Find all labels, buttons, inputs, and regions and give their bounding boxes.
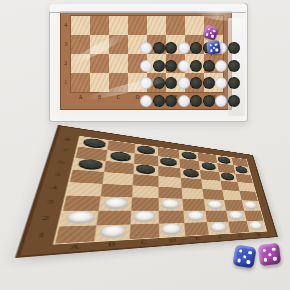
board-square — [67, 182, 103, 197]
tray-checker-black[interactable] — [153, 95, 165, 107]
board-square — [90, 54, 109, 73]
purple-die[interactable] — [258, 243, 281, 266]
board-square — [184, 222, 209, 236]
tray-checker-black[interactable] — [190, 95, 202, 107]
tray-checker-black[interactable] — [165, 60, 177, 72]
die-pip — [213, 29, 216, 32]
tray-checker-black[interactable] — [165, 95, 177, 107]
die-pip — [243, 255, 247, 259]
tray-checker-black[interactable] — [190, 42, 202, 54]
board-square — [159, 210, 185, 223]
board-square — [131, 197, 159, 210]
checker-piece-white[interactable] — [207, 200, 223, 208]
file-label: D — [159, 236, 186, 247]
file-label: B — [90, 92, 109, 102]
tray-checker-white[interactable] — [140, 42, 152, 54]
tray-checker-white[interactable] — [178, 95, 190, 107]
board-square — [166, 16, 185, 35]
board-square — [90, 16, 109, 35]
die-pip — [207, 27, 210, 30]
rank-label: 8 — [55, 133, 79, 146]
board-squares — [55, 137, 266, 244]
tray-checker-white[interactable] — [215, 95, 227, 107]
board-square — [90, 73, 109, 92]
tray-checker-black[interactable] — [203, 95, 215, 107]
die-pip — [216, 49, 218, 51]
checker-piece-white[interactable] — [161, 199, 180, 208]
rank-label: 4 — [61, 16, 70, 35]
tray-checker-white[interactable] — [215, 60, 227, 72]
checkers-board: 87654321ABCDEFGH — [15, 125, 278, 258]
tray-checker-black[interactable] — [228, 42, 240, 54]
file-label: C — [128, 237, 159, 249]
tray-checker-black[interactable] — [228, 95, 240, 107]
tray-checker-black[interactable] — [203, 60, 215, 72]
tray-checker-white[interactable] — [178, 42, 190, 54]
board-square — [109, 16, 128, 35]
die-pip — [211, 35, 214, 38]
die-pip — [268, 253, 272, 257]
board-square — [97, 210, 131, 225]
die-pip — [210, 50, 212, 52]
die-pip — [239, 249, 243, 253]
board-square — [109, 35, 128, 54]
board-square — [239, 191, 257, 201]
die-pip — [212, 46, 214, 48]
board-square — [71, 35, 90, 54]
tray-checker-black[interactable] — [228, 77, 240, 89]
rank-label: 2 — [29, 210, 61, 227]
file-label: C — [109, 92, 128, 102]
tray-checker-black[interactable] — [203, 77, 215, 89]
board-square — [185, 16, 204, 35]
board-square — [128, 16, 147, 35]
board-square — [203, 189, 224, 200]
board-square — [206, 210, 228, 222]
rank-label: 2 — [61, 54, 70, 73]
blue-mini-die[interactable] — [206, 40, 221, 55]
rank-label: 3 — [34, 195, 64, 210]
die-pip — [246, 260, 250, 264]
board-square — [147, 16, 166, 35]
rank-label: 1 — [23, 226, 57, 245]
die-pip — [263, 258, 267, 262]
board-square — [131, 185, 158, 198]
rank-label: 4 — [39, 181, 68, 196]
tray-checker-black[interactable] — [153, 77, 165, 89]
tray-checker-white[interactable] — [178, 77, 190, 89]
board-square — [129, 223, 159, 239]
pieces-tray — [140, 40, 240, 110]
die-pip — [205, 33, 208, 36]
checker-piece-white[interactable] — [104, 197, 128, 207]
die-pip — [209, 31, 212, 34]
board-square — [71, 54, 90, 73]
board-square — [90, 35, 109, 54]
file-label: G — [230, 232, 251, 241]
blue-die[interactable] — [232, 244, 256, 268]
die-pip — [262, 248, 266, 252]
bag-seal — [49, 3, 246, 13]
board-square — [182, 188, 205, 199]
die-pip — [272, 247, 276, 251]
rank-label: 1 — [61, 73, 70, 92]
board-square — [63, 196, 101, 211]
file-label: B — [93, 239, 129, 252]
board-square — [244, 210, 263, 221]
tray-checker-black[interactable] — [228, 60, 240, 72]
tray-checker-white[interactable] — [140, 60, 152, 72]
board-square — [71, 73, 90, 92]
board-square — [109, 73, 128, 92]
rank-label: 6 — [48, 155, 74, 169]
rank-label: 5 — [44, 168, 71, 182]
rank-label: 7 — [52, 144, 77, 158]
board-square — [55, 225, 97, 243]
die-pip — [273, 257, 277, 261]
die-pip — [215, 43, 217, 45]
tray-checker-white[interactable] — [215, 77, 227, 89]
file-label: H — [249, 231, 268, 239]
tray-checker-black[interactable] — [165, 42, 177, 54]
product-photo-scene: 87654321ABCDEFGH 4321ABCDEFGH — [0, 0, 290, 290]
tray-checker-white[interactable] — [178, 60, 190, 72]
die-pip — [209, 44, 211, 46]
tray-checker-white[interactable] — [140, 77, 152, 89]
board-square — [101, 184, 132, 198]
tray-checker-black[interactable] — [153, 60, 165, 72]
die-pip — [248, 251, 252, 255]
rank-label: 3 — [61, 35, 70, 54]
file-label: F — [209, 233, 232, 242]
file-label: E — [185, 234, 210, 244]
board-square — [182, 199, 205, 211]
tray-checker-black[interactable] — [190, 77, 202, 89]
board-square — [109, 54, 128, 73]
tray-checker-white[interactable] — [140, 95, 152, 107]
board-square — [71, 16, 90, 35]
board-square — [158, 187, 182, 199]
tray-checker-black[interactable] — [165, 77, 177, 89]
tray-checker-black[interactable] — [153, 42, 165, 54]
file-label: A — [71, 92, 90, 102]
tray-checker-black[interactable] — [190, 60, 202, 72]
die-pip — [237, 258, 241, 262]
